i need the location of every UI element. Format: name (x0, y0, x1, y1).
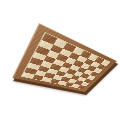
square-h1 (77, 85, 86, 89)
product-photo (0, 0, 120, 120)
